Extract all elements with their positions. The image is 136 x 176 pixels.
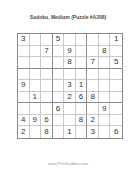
cell-r3c3 (41, 57, 53, 69)
cell-r9c5: 1 (64, 126, 76, 138)
cell-r4c1 (18, 69, 30, 81)
footer-url: www.PrintSudoku.com (0, 161, 136, 166)
cell-r6c6: 6 (76, 92, 88, 104)
cell-r4c9 (110, 69, 122, 81)
cell-r5c2 (30, 80, 42, 92)
cell-r5c7 (87, 80, 99, 92)
cell-r9c1: 2 (18, 126, 30, 138)
cell-r2c7 (87, 46, 99, 58)
cell-r7c8: 9 (99, 103, 111, 115)
cell-r2c1 (18, 46, 30, 58)
cell-r3c9: 5 (110, 57, 122, 69)
cell-r9c4 (53, 126, 65, 138)
cell-r3c2 (30, 57, 42, 69)
cell-r3c4 (53, 57, 65, 69)
cell-r2c6 (76, 46, 88, 58)
cell-r1c5 (64, 34, 76, 46)
cell-r4c5 (64, 69, 76, 81)
cell-r7c6 (76, 103, 88, 115)
cell-r4c2 (30, 69, 42, 81)
cell-r2c9 (110, 46, 122, 58)
cell-r7c4: 6 (53, 103, 65, 115)
cell-r6c3 (41, 92, 53, 104)
cell-r5c4 (53, 80, 65, 92)
cell-r4c4 (53, 69, 65, 81)
cell-r8c9 (110, 115, 122, 127)
cell-r2c2 (30, 46, 42, 58)
cell-r6c4 (53, 92, 65, 104)
cell-r3c5: 8 (64, 57, 76, 69)
cell-r8c1: 4 (18, 115, 30, 127)
cell-r7c2 (30, 103, 42, 115)
cell-r1c8 (99, 34, 111, 46)
cell-r4c7 (87, 69, 99, 81)
cell-r9c9: 6 (110, 126, 122, 138)
cell-r1c7 (87, 34, 99, 46)
page-title: Sudoku, Medium (Puzzle #A208) (0, 14, 136, 20)
cell-r8c2: 9 (30, 115, 42, 127)
cell-r9c6 (76, 126, 88, 138)
cell-r5c1: 9 (18, 80, 30, 92)
cell-r2c3: 7 (41, 46, 53, 58)
cell-r6c1 (18, 92, 30, 104)
cell-r8c6: 8 (76, 115, 88, 127)
cell-r8c3: 6 (41, 115, 53, 127)
sudoku-board: 3517988759311268694968228136 (17, 33, 123, 139)
cell-r6c8 (99, 92, 111, 104)
cell-r1c2 (30, 34, 42, 46)
cell-r6c9 (110, 92, 122, 104)
cell-r3c7: 7 (87, 57, 99, 69)
cell-r6c2: 1 (30, 92, 42, 104)
cell-r7c7 (87, 103, 99, 115)
cell-r7c5 (64, 103, 76, 115)
cell-r9c3: 8 (41, 126, 53, 138)
sudoku-page: Sudoku, Medium (Puzzle #A208) 3517988759… (0, 0, 136, 176)
cell-r9c8 (99, 126, 111, 138)
cell-r6c7: 8 (87, 92, 99, 104)
cell-r6c5: 2 (64, 92, 76, 104)
cell-r3c8 (99, 57, 111, 69)
cell-r1c1: 3 (18, 34, 30, 46)
cell-r5c3 (41, 80, 53, 92)
cell-r1c6 (76, 34, 88, 46)
cell-r4c8 (99, 69, 111, 81)
cell-r9c7: 3 (87, 126, 99, 138)
cell-r3c1 (18, 57, 30, 69)
cell-r8c7: 2 (87, 115, 99, 127)
cell-r4c3 (41, 69, 53, 81)
cell-r5c6: 1 (76, 80, 88, 92)
cell-r1c4: 5 (53, 34, 65, 46)
cell-r2c5: 9 (64, 46, 76, 58)
cell-r2c4 (53, 46, 65, 58)
cell-r2c8: 8 (99, 46, 111, 58)
cell-r3c6 (76, 57, 88, 69)
cell-r7c3 (41, 103, 53, 115)
cell-r4c6 (76, 69, 88, 81)
cell-r5c8 (99, 80, 111, 92)
cell-r1c3 (41, 34, 53, 46)
cell-r7c9 (110, 103, 122, 115)
cell-r7c1 (18, 103, 30, 115)
cell-r9c2 (30, 126, 42, 138)
cell-r5c9 (110, 80, 122, 92)
cell-r8c5 (64, 115, 76, 127)
cell-r8c8 (99, 115, 111, 127)
cell-r5c5: 3 (64, 80, 76, 92)
cell-r8c4 (53, 115, 65, 127)
cell-r1c9: 1 (110, 34, 122, 46)
